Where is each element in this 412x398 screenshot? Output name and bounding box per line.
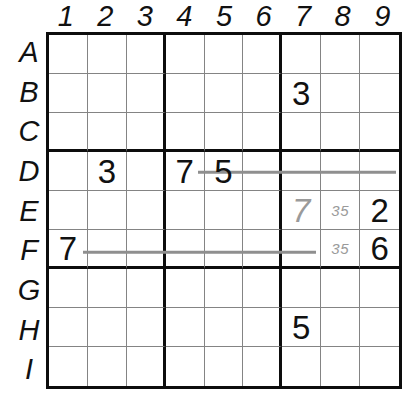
cell-I6[interactable] [243,347,282,386]
cell-G7[interactable] [282,269,321,308]
cell-D3[interactable] [127,152,166,191]
cell-D1[interactable] [49,152,88,191]
row-label-D: D [10,156,48,185]
given-digit: 2 [370,194,388,227]
cell-G3[interactable] [127,269,166,308]
cell-E8[interactable]: 35 [321,191,360,230]
sudoku-board: 3375735273565 [46,32,402,389]
col-label-5: 5 [216,1,232,31]
cell-H2[interactable] [88,308,127,347]
pencil-mark: 7 [292,194,310,227]
cell-C6[interactable] [243,113,282,152]
cell-D2[interactable]: 3 [88,152,127,191]
cell-G8[interactable] [321,269,360,308]
cell-G9[interactable] [360,269,399,308]
cell-E9[interactable]: 2 [360,191,399,230]
col-label-4: 4 [176,1,192,31]
cell-C7[interactable] [282,113,321,152]
cell-F1[interactable]: 7 [49,230,88,269]
cell-H1[interactable] [49,308,88,347]
cell-C2[interactable] [88,113,127,152]
cell-A3[interactable] [127,35,166,74]
cell-I5[interactable] [205,347,244,386]
cell-H4[interactable] [166,308,205,347]
given-digit: 5 [214,155,232,188]
cell-A8[interactable] [321,35,360,74]
cell-C4[interactable] [166,113,205,152]
row-label-E: E [10,196,48,225]
cell-E6[interactable] [243,191,282,230]
cell-G1[interactable] [49,269,88,308]
sudoku-diagram: 123456789 ABCDEFGHI 3375735273565 [0,0,412,398]
cell-I2[interactable] [88,347,127,386]
cell-F6[interactable] [243,230,282,269]
cell-E2[interactable] [88,191,127,230]
cell-A6[interactable] [243,35,282,74]
cell-I4[interactable] [166,347,205,386]
cell-I1[interactable] [49,347,88,386]
row-label-C: C [10,117,48,146]
given-digit: 3 [292,77,310,110]
row-label-H: H [10,315,48,344]
cell-B8[interactable] [321,74,360,113]
cell-H8[interactable] [321,308,360,347]
cell-E4[interactable] [166,191,205,230]
cell-A7[interactable] [282,35,321,74]
cell-E3[interactable] [127,191,166,230]
cell-C5[interactable] [205,113,244,152]
cell-E1[interactable] [49,191,88,230]
cell-G4[interactable] [166,269,205,308]
row-label-B: B [10,77,48,106]
cell-B2[interactable] [88,74,127,113]
col-label-1: 1 [58,1,74,31]
cell-B1[interactable] [49,74,88,113]
given-digit: 5 [292,311,310,344]
col-label-7: 7 [295,1,311,31]
row-label-G: G [10,275,48,304]
cell-C1[interactable] [49,113,88,152]
row-label-I: I [10,355,48,384]
cell-H7[interactable]: 5 [282,308,321,347]
cell-I3[interactable] [127,347,166,386]
cell-H6[interactable] [243,308,282,347]
given-digit: 3 [98,155,116,188]
cell-A4[interactable] [166,35,205,74]
cell-F3[interactable] [127,230,166,269]
cell-F9[interactable]: 6 [360,230,399,269]
cell-F2[interactable] [88,230,127,269]
cell-F8[interactable]: 35 [321,230,360,269]
cell-B9[interactable] [360,74,399,113]
cell-H9[interactable] [360,308,399,347]
cell-F5[interactable] [205,230,244,269]
col-label-3: 3 [137,1,153,31]
cell-I9[interactable] [360,347,399,386]
given-digit: 7 [175,155,193,188]
col-label-6: 6 [255,1,271,31]
cell-H3[interactable] [127,308,166,347]
cell-I7[interactable] [282,347,321,386]
cell-F7[interactable] [282,230,321,269]
cell-A5[interactable] [205,35,244,74]
cell-G2[interactable] [88,269,127,308]
cell-A2[interactable] [88,35,127,74]
cell-E5[interactable] [205,191,244,230]
given-digit: 6 [370,232,388,265]
cell-G6[interactable] [243,269,282,308]
cell-C8[interactable] [321,113,360,152]
cell-B4[interactable] [166,74,205,113]
pencil-mark: 35 [331,241,349,256]
row-F-highlight-line [83,251,316,254]
cell-I8[interactable] [321,347,360,386]
cell-F4[interactable] [166,230,205,269]
row-label-F: F [10,236,48,265]
cell-B7[interactable]: 3 [282,74,321,113]
given-digit: 7 [59,232,77,265]
cell-A9[interactable] [360,35,399,74]
cell-A1[interactable] [49,35,88,74]
cell-G5[interactable] [205,269,244,308]
cell-B3[interactable] [127,74,166,113]
cell-B6[interactable] [243,74,282,113]
cell-C3[interactable] [127,113,166,152]
cell-B5[interactable] [205,74,244,113]
pencil-mark: 35 [331,203,349,218]
cell-E7[interactable]: 7 [282,191,321,230]
cell-C9[interactable] [360,113,399,152]
col-label-9: 9 [374,1,390,31]
col-label-2: 2 [97,1,113,31]
cell-H5[interactable] [205,308,244,347]
row-label-A: A [10,37,48,66]
col-label-8: 8 [335,1,351,31]
